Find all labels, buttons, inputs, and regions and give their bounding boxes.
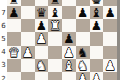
white-pawn-g2[interactable]: ♟ bbox=[91, 72, 102, 80]
rank-label-6: 6 bbox=[0, 22, 7, 30]
square-a5[interactable] bbox=[7, 32, 21, 45]
square-a4[interactable]: ♛ bbox=[7, 46, 21, 59]
square-f3[interactable]: ♞ bbox=[76, 59, 90, 72]
black-pawn-f7[interactable]: ♟ bbox=[77, 6, 88, 19]
square-d2[interactable] bbox=[48, 72, 62, 80]
white-knight-f3[interactable]: ♞ bbox=[77, 59, 88, 72]
black-pawn-g6[interactable]: ♟ bbox=[91, 19, 102, 32]
square-d6[interactable]: ♜ bbox=[48, 19, 62, 32]
white-knight-c3[interactable]: ♞ bbox=[36, 59, 47, 72]
square-e2[interactable] bbox=[62, 72, 76, 80]
square-f6[interactable] bbox=[76, 19, 90, 32]
square-b3[interactable] bbox=[21, 59, 35, 72]
square-a7[interactable]: ♟ bbox=[7, 6, 21, 19]
white-rook-d6[interactable]: ♜ bbox=[50, 19, 61, 32]
chess-board[interactable]: ♜♜♚♟♛♝♟♝♟♟♜♟♟♟♛♟♟♞♞♝♞♟♟♟ bbox=[7, 0, 117, 80]
square-e7[interactable] bbox=[62, 6, 76, 19]
square-f5[interactable] bbox=[76, 32, 90, 45]
square-b6[interactable] bbox=[21, 19, 35, 32]
square-g6[interactable]: ♟ bbox=[90, 19, 104, 32]
black-pawn-h7[interactable]: ♟ bbox=[105, 6, 116, 19]
square-h4[interactable] bbox=[103, 46, 117, 59]
rank-label-3: 3 bbox=[0, 61, 7, 69]
square-h6[interactable] bbox=[103, 19, 117, 32]
square-f4[interactable]: ♞ bbox=[76, 46, 90, 59]
square-c3[interactable]: ♞ bbox=[35, 59, 49, 72]
square-f7[interactable]: ♟ bbox=[76, 6, 90, 19]
rank-label-column: 765432 bbox=[0, 0, 7, 80]
board-right-border bbox=[117, 0, 120, 80]
rank-label-7: 7 bbox=[0, 9, 7, 17]
square-h7[interactable]: ♟ bbox=[103, 6, 117, 19]
square-e3[interactable]: ♝ bbox=[62, 59, 76, 72]
square-b2[interactable] bbox=[21, 72, 35, 80]
square-h5[interactable] bbox=[103, 32, 117, 45]
white-queen-a4[interactable]: ♛ bbox=[8, 46, 19, 59]
square-d5[interactable] bbox=[48, 32, 62, 45]
black-pawn-a7[interactable]: ♟ bbox=[8, 6, 19, 19]
square-b5[interactable] bbox=[21, 32, 35, 45]
black-knight-f4[interactable]: ♞ bbox=[77, 46, 88, 59]
square-a3[interactable] bbox=[7, 59, 21, 72]
white-pawn-e4[interactable]: ♟ bbox=[63, 46, 74, 59]
square-e5[interactable]: ♟ bbox=[62, 32, 76, 45]
rank-label-4: 4 bbox=[0, 48, 7, 56]
square-h2[interactable] bbox=[103, 72, 117, 80]
black-pawn-e5[interactable]: ♟ bbox=[63, 32, 74, 45]
square-f2[interactable]: ♟ bbox=[76, 72, 90, 80]
square-c5[interactable]: ♟ bbox=[35, 32, 49, 45]
rank-label-5: 5 bbox=[0, 35, 7, 43]
square-c4[interactable] bbox=[35, 46, 49, 59]
square-g3[interactable] bbox=[90, 59, 104, 72]
square-d4[interactable] bbox=[48, 46, 62, 59]
white-pawn-c5[interactable]: ♟ bbox=[36, 32, 47, 45]
white-pawn-b4[interactable]: ♟ bbox=[22, 46, 33, 59]
square-d3[interactable] bbox=[48, 59, 62, 72]
rank-label-2: 2 bbox=[0, 75, 7, 80]
chess-diagram: 765432 ♜♜♚♟♛♝♟♝♟♟♜♟♟♟♛♟♟♞♞♝♞♟♟♟ bbox=[0, 0, 120, 80]
square-h3[interactable]: ♟ bbox=[103, 59, 117, 72]
square-e4[interactable]: ♟ bbox=[62, 46, 76, 59]
square-a2[interactable] bbox=[7, 72, 21, 80]
white-pawn-h3[interactable]: ♟ bbox=[105, 59, 116, 72]
square-c2[interactable] bbox=[35, 72, 49, 80]
square-g4[interactable] bbox=[90, 46, 104, 59]
square-b4[interactable]: ♟ bbox=[21, 46, 35, 59]
square-g5[interactable] bbox=[90, 32, 104, 45]
white-bishop-e3[interactable]: ♝ bbox=[63, 59, 74, 72]
square-a6[interactable] bbox=[7, 19, 21, 32]
white-pawn-f2[interactable]: ♟ bbox=[77, 72, 88, 80]
square-g2[interactable]: ♟ bbox=[90, 72, 104, 80]
square-b7[interactable] bbox=[21, 6, 35, 19]
